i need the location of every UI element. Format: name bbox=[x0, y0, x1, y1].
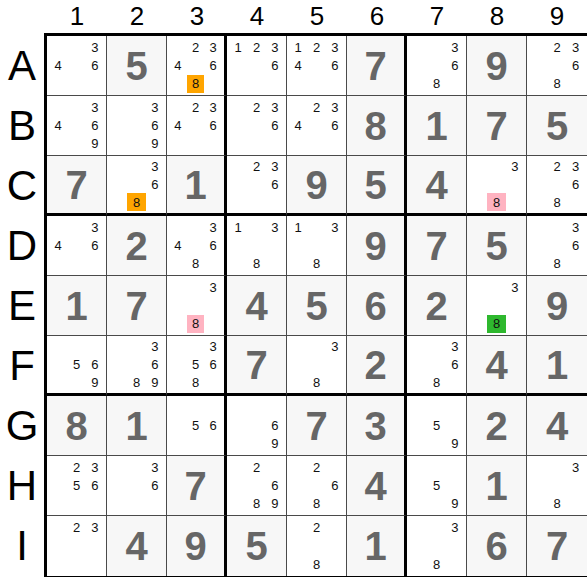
cell-G2[interactable]: 1 bbox=[107, 396, 167, 456]
candidate-empty bbox=[109, 98, 127, 116]
cell-H1[interactable]: 2356 bbox=[47, 456, 107, 516]
candidate-empty bbox=[427, 338, 445, 356]
col-label-3: 3 bbox=[167, 0, 227, 33]
candidate-3: 3 bbox=[86, 98, 104, 116]
candidate-1: 1 bbox=[289, 38, 307, 56]
cell-G8[interactable]: 2 bbox=[467, 396, 527, 456]
cell-I4[interactable]: 5 bbox=[227, 516, 287, 576]
solved-digit: 1 bbox=[425, 106, 447, 146]
candidate-empty bbox=[307, 476, 325, 494]
cell-H4[interactable]: 2689 bbox=[227, 456, 287, 516]
candidate-empty bbox=[409, 398, 427, 416]
candidate-empty bbox=[204, 296, 222, 314]
cell-E6[interactable]: 6 bbox=[347, 276, 407, 336]
candidate-empty bbox=[229, 458, 247, 476]
candidate-3: 3 bbox=[86, 218, 104, 236]
candidate-1: 1 bbox=[229, 218, 247, 236]
candidate-6: 6 bbox=[146, 356, 164, 374]
candidate-8: 8 bbox=[548, 75, 567, 93]
solved-digit: 9 bbox=[546, 286, 568, 326]
candidate-empty bbox=[326, 458, 344, 476]
candidate-grid: 23468 bbox=[167, 36, 224, 95]
candidate-3: 3 bbox=[566, 218, 585, 236]
row-label-A: A bbox=[0, 36, 44, 96]
candidate-empty bbox=[487, 278, 505, 296]
candidate-grid: 368 bbox=[407, 336, 466, 393]
candidate-empty bbox=[469, 176, 487, 194]
cell-B3[interactable]: 2346 bbox=[167, 96, 227, 156]
solved-digit: 1 bbox=[485, 466, 507, 506]
solved-digit: 1 bbox=[184, 165, 206, 205]
candidate-empty bbox=[169, 38, 187, 56]
candidate-4: 4 bbox=[49, 116, 67, 134]
cell-B2[interactable]: 369 bbox=[107, 96, 167, 156]
candidate-empty bbox=[229, 135, 247, 153]
cell-E8[interactable]: 38 bbox=[467, 276, 527, 336]
candidate-grid: 59 bbox=[407, 396, 466, 455]
cell-C1[interactable]: 7 bbox=[47, 156, 107, 216]
candidate-empty bbox=[409, 75, 427, 93]
candidate-empty bbox=[566, 193, 585, 211]
candidate-8: 8 bbox=[427, 555, 445, 574]
candidate-empty bbox=[307, 75, 325, 93]
candidate-empty bbox=[427, 537, 445, 556]
cell-A1[interactable]: 346 bbox=[47, 36, 107, 96]
candidate-empty bbox=[67, 135, 85, 153]
cell-F7[interactable]: 368 bbox=[407, 336, 467, 396]
cell-B6[interactable]: 8 bbox=[347, 96, 407, 156]
col-label-7: 7 bbox=[407, 0, 467, 33]
candidate-empty bbox=[529, 236, 548, 254]
candidate-empty bbox=[109, 476, 127, 494]
solved-digit: 9 bbox=[305, 165, 327, 205]
cell-E9[interactable]: 9 bbox=[527, 276, 587, 336]
cell-H7[interactable]: 59 bbox=[407, 456, 467, 516]
solved-digit: 6 bbox=[364, 286, 386, 326]
cell-H8[interactable]: 1 bbox=[467, 456, 527, 516]
candidate-grid: 38 bbox=[467, 276, 526, 335]
cell-B8[interactable]: 7 bbox=[467, 96, 527, 156]
cell-F6[interactable]: 2 bbox=[347, 336, 407, 396]
cell-G5[interactable]: 7 bbox=[287, 396, 347, 456]
candidate-empty bbox=[49, 338, 67, 356]
candidate-empty bbox=[548, 176, 567, 194]
col-label-9: 9 bbox=[527, 0, 587, 33]
candidate-grid: 2689 bbox=[227, 456, 286, 515]
candidate-grid: 36 bbox=[107, 456, 166, 515]
candidate-empty bbox=[529, 38, 548, 56]
candidate-empty bbox=[146, 495, 164, 513]
candidate-2: 2 bbox=[247, 458, 265, 476]
candidate-empty bbox=[229, 495, 247, 513]
candidate-5: 5 bbox=[187, 416, 205, 434]
candidate-empty bbox=[49, 218, 67, 236]
candidate-3: 3 bbox=[326, 98, 344, 116]
candidate-8: 8 bbox=[487, 315, 505, 333]
cell-C5[interactable]: 9 bbox=[287, 156, 347, 216]
candidate-empty bbox=[469, 193, 487, 211]
candidate-grid: 38 bbox=[467, 156, 526, 213]
candidate-8: 8 bbox=[187, 373, 205, 391]
candidate-empty bbox=[529, 218, 548, 236]
candidate-empty bbox=[289, 255, 307, 273]
candidate-empty bbox=[289, 373, 307, 391]
cell-D9[interactable]: 368 bbox=[527, 216, 587, 276]
solved-digit: 1 bbox=[125, 406, 147, 446]
candidate-empty bbox=[169, 435, 187, 453]
candidate-8: 8 bbox=[548, 255, 567, 273]
candidate-empty bbox=[229, 193, 247, 211]
col-label-2: 2 bbox=[107, 0, 167, 33]
row-label-H: H bbox=[0, 456, 44, 516]
candidate-empty bbox=[409, 458, 427, 476]
candidate-empty bbox=[109, 193, 127, 211]
candidate-6: 6 bbox=[204, 416, 222, 434]
cell-A2[interactable]: 5 bbox=[107, 36, 167, 96]
candidate-empty bbox=[49, 135, 67, 153]
candidate-9: 9 bbox=[86, 373, 104, 391]
candidate-3: 3 bbox=[204, 98, 222, 116]
solved-digit: 7 bbox=[364, 46, 386, 86]
candidate-empty bbox=[427, 356, 445, 374]
cell-D2[interactable]: 2 bbox=[107, 216, 167, 276]
candidate-grid: 3568 bbox=[167, 336, 224, 393]
cell-E5[interactable]: 5 bbox=[287, 276, 347, 336]
solved-digit: 5 bbox=[485, 226, 507, 266]
cell-I9[interactable]: 7 bbox=[527, 516, 587, 576]
cell-F9[interactable]: 1 bbox=[527, 336, 587, 396]
candidate-empty bbox=[307, 236, 325, 254]
candidate-8: 8 bbox=[487, 193, 505, 211]
candidate-empty bbox=[247, 56, 265, 74]
cell-I2[interactable]: 4 bbox=[107, 516, 167, 576]
candidate-grid: 38 bbox=[287, 336, 346, 393]
candidate-empty bbox=[67, 56, 85, 74]
candidate-3: 3 bbox=[146, 458, 164, 476]
col-label-4: 4 bbox=[227, 0, 287, 33]
candidate-8: 8 bbox=[247, 255, 265, 273]
solved-digit: 1 bbox=[364, 526, 386, 566]
cell-F4[interactable]: 7 bbox=[227, 336, 287, 396]
candidate-empty bbox=[67, 537, 85, 556]
candidate-8: 8 bbox=[127, 373, 145, 391]
candidate-empty bbox=[127, 495, 145, 513]
cell-I6[interactable]: 1 bbox=[347, 516, 407, 576]
candidate-empty bbox=[409, 338, 427, 356]
cell-D1[interactable]: 346 bbox=[47, 216, 107, 276]
candidate-2: 2 bbox=[307, 38, 325, 56]
candidate-empty bbox=[427, 518, 445, 537]
candidate-6: 6 bbox=[266, 416, 284, 434]
candidate-empty bbox=[548, 236, 567, 254]
candidate-empty bbox=[409, 555, 427, 574]
candidate-empty bbox=[169, 255, 187, 273]
candidate-empty bbox=[326, 555, 344, 574]
candidate-6: 6 bbox=[204, 56, 222, 74]
candidate-empty bbox=[49, 98, 67, 116]
sudoku-grid: 3465234681236123467368923683469369234623… bbox=[44, 33, 587, 577]
candidate-empty bbox=[86, 537, 104, 556]
row-label-G: G bbox=[0, 396, 44, 456]
cell-F3[interactable]: 3568 bbox=[167, 336, 227, 396]
candidate-empty bbox=[49, 495, 67, 513]
solved-digit: 4 bbox=[485, 345, 507, 385]
cell-D5[interactable]: 138 bbox=[287, 216, 347, 276]
candidate-empty bbox=[566, 476, 585, 494]
solved-digit: 8 bbox=[65, 406, 87, 446]
candidate-grid: 2356 bbox=[47, 456, 106, 515]
candidate-empty bbox=[289, 338, 307, 356]
cell-H2[interactable]: 36 bbox=[107, 456, 167, 516]
candidate-empty bbox=[204, 135, 222, 153]
cell-C8[interactable]: 38 bbox=[467, 156, 527, 216]
solved-digit: 4 bbox=[425, 165, 447, 205]
candidate-empty bbox=[326, 75, 344, 93]
candidate-empty bbox=[187, 398, 205, 416]
solved-digit: 7 bbox=[485, 106, 507, 146]
candidate-empty bbox=[409, 495, 427, 513]
candidate-1: 1 bbox=[229, 38, 247, 56]
cell-I3[interactable]: 9 bbox=[167, 516, 227, 576]
candidate-empty bbox=[187, 135, 205, 153]
cell-B9[interactable]: 5 bbox=[527, 96, 587, 156]
cell-G3[interactable]: 56 bbox=[167, 396, 227, 456]
cell-A6[interactable]: 7 bbox=[347, 36, 407, 96]
sudoku-board: 123456789 ABCDEFGHI 34652346812361234673… bbox=[0, 0, 587, 577]
cell-G6[interactable]: 3 bbox=[347, 396, 407, 456]
candidate-empty bbox=[86, 255, 104, 273]
candidate-3: 3 bbox=[266, 158, 284, 176]
candidate-empty bbox=[446, 555, 464, 574]
candidate-empty bbox=[529, 75, 548, 93]
candidate-8: 8 bbox=[307, 255, 325, 273]
solved-digit: 5 bbox=[245, 526, 267, 566]
candidate-6: 6 bbox=[86, 56, 104, 74]
candidate-empty bbox=[127, 176, 145, 194]
candidate-empty bbox=[446, 416, 464, 434]
candidate-empty bbox=[187, 296, 205, 314]
cell-F1[interactable]: 569 bbox=[47, 336, 107, 396]
cell-C6[interactable]: 5 bbox=[347, 156, 407, 216]
candidate-empty bbox=[67, 98, 85, 116]
candidate-empty bbox=[307, 537, 325, 556]
candidate-grid: 28 bbox=[287, 516, 346, 576]
candidate-3: 3 bbox=[146, 158, 164, 176]
cell-G1[interactable]: 8 bbox=[47, 396, 107, 456]
solved-digit: 2 bbox=[125, 226, 147, 266]
cell-B1[interactable]: 3469 bbox=[47, 96, 107, 156]
candidate-empty bbox=[109, 458, 127, 476]
candidate-empty bbox=[49, 373, 67, 391]
row-label-B: B bbox=[0, 96, 44, 156]
candidate-3: 3 bbox=[266, 38, 284, 56]
cell-A9[interactable]: 2368 bbox=[527, 36, 587, 96]
candidate-8: 8 bbox=[127, 193, 145, 211]
candidate-3: 3 bbox=[326, 38, 344, 56]
candidate-empty bbox=[307, 356, 325, 374]
cell-E4[interactable]: 4 bbox=[227, 276, 287, 336]
candidate-empty bbox=[326, 518, 344, 537]
cell-D7[interactable]: 7 bbox=[407, 216, 467, 276]
cell-B5[interactable]: 2346 bbox=[287, 96, 347, 156]
cell-I8[interactable]: 6 bbox=[467, 516, 527, 576]
column-labels: 123456789 bbox=[44, 0, 587, 33]
solved-digit: 7 bbox=[125, 286, 147, 326]
candidate-grid: 3468 bbox=[167, 216, 224, 275]
candidate-5: 5 bbox=[67, 476, 85, 494]
candidate-grid: 346 bbox=[47, 36, 106, 95]
cell-A4[interactable]: 1236 bbox=[227, 36, 287, 96]
candidate-3: 3 bbox=[326, 218, 344, 236]
candidate-6: 6 bbox=[86, 116, 104, 134]
candidate-empty bbox=[127, 356, 145, 374]
cell-A5[interactable]: 12346 bbox=[287, 36, 347, 96]
cell-D8[interactable]: 5 bbox=[467, 216, 527, 276]
candidate-6: 6 bbox=[266, 476, 284, 494]
candidate-grid: 2346 bbox=[167, 96, 224, 155]
cell-F5[interactable]: 38 bbox=[287, 336, 347, 396]
candidate-empty bbox=[529, 476, 548, 494]
candidate-empty bbox=[109, 338, 127, 356]
candidate-grid: 138 bbox=[287, 216, 346, 275]
candidate-empty bbox=[446, 398, 464, 416]
candidate-empty bbox=[187, 218, 205, 236]
candidate-empty bbox=[187, 278, 205, 296]
candidate-grid: 236 bbox=[227, 156, 286, 213]
cell-A3[interactable]: 23468 bbox=[167, 36, 227, 96]
candidate-6: 6 bbox=[146, 176, 164, 194]
candidate-8: 8 bbox=[427, 75, 445, 93]
candidate-empty bbox=[229, 398, 247, 416]
candidate-grid: 38 bbox=[527, 456, 587, 515]
cell-E1[interactable]: 1 bbox=[47, 276, 107, 336]
candidate-empty bbox=[49, 255, 67, 273]
candidate-grid: 368 bbox=[407, 36, 466, 95]
cell-C3[interactable]: 1 bbox=[167, 156, 227, 216]
candidate-empty bbox=[169, 373, 187, 391]
candidate-empty bbox=[247, 435, 265, 453]
candidate-3: 3 bbox=[506, 158, 524, 176]
candidate-empty bbox=[266, 236, 284, 254]
candidate-empty bbox=[289, 356, 307, 374]
candidate-empty bbox=[529, 158, 548, 176]
candidate-empty bbox=[307, 116, 325, 134]
cell-H3[interactable]: 7 bbox=[167, 456, 227, 516]
cell-C9[interactable]: 2368 bbox=[527, 156, 587, 216]
candidate-empty bbox=[266, 193, 284, 211]
candidate-empty bbox=[127, 116, 145, 134]
cell-B4[interactable]: 236 bbox=[227, 96, 287, 156]
candidate-empty bbox=[266, 458, 284, 476]
candidate-empty bbox=[169, 398, 187, 416]
candidate-8: 8 bbox=[307, 373, 325, 391]
row-labels: ABCDEFGHI bbox=[0, 33, 44, 577]
candidate-empty bbox=[446, 373, 464, 391]
candidate-empty bbox=[247, 75, 265, 93]
candidate-empty bbox=[566, 75, 585, 93]
cell-E2[interactable]: 7 bbox=[107, 276, 167, 336]
cell-I5[interactable]: 28 bbox=[287, 516, 347, 576]
cell-H5[interactable]: 268 bbox=[287, 456, 347, 516]
candidate-3: 3 bbox=[566, 458, 585, 476]
cell-G9[interactable]: 4 bbox=[527, 396, 587, 456]
cell-F2[interactable]: 3689 bbox=[107, 336, 167, 396]
candidate-empty bbox=[86, 75, 104, 93]
candidate-3: 3 bbox=[204, 38, 222, 56]
cell-H9[interactable]: 38 bbox=[527, 456, 587, 516]
cell-C4[interactable]: 236 bbox=[227, 156, 287, 216]
candidate-empty bbox=[409, 435, 427, 453]
candidate-empty bbox=[469, 158, 487, 176]
cell-C7[interactable]: 4 bbox=[407, 156, 467, 216]
candidate-9: 9 bbox=[146, 373, 164, 391]
candidate-empty bbox=[566, 495, 585, 513]
cell-B7[interactable]: 1 bbox=[407, 96, 467, 156]
cell-A8[interactable]: 9 bbox=[467, 36, 527, 96]
candidate-2: 2 bbox=[247, 98, 265, 116]
candidate-empty bbox=[548, 458, 567, 476]
cell-G4[interactable]: 69 bbox=[227, 396, 287, 456]
candidate-6: 6 bbox=[86, 356, 104, 374]
cell-I7[interactable]: 38 bbox=[407, 516, 467, 576]
candidate-5: 5 bbox=[67, 356, 85, 374]
cell-A7[interactable]: 368 bbox=[407, 36, 467, 96]
cell-I1[interactable]: 23 bbox=[47, 516, 107, 576]
candidate-empty bbox=[427, 495, 445, 513]
candidate-empty bbox=[409, 537, 427, 556]
cell-H6[interactable]: 4 bbox=[347, 456, 407, 516]
candidate-empty bbox=[67, 116, 85, 134]
candidate-empty bbox=[109, 158, 127, 176]
candidate-empty bbox=[469, 296, 487, 314]
solved-digit: 7 bbox=[245, 345, 267, 385]
cell-D4[interactable]: 138 bbox=[227, 216, 287, 276]
cell-E7[interactable]: 2 bbox=[407, 276, 467, 336]
cell-C2[interactable]: 368 bbox=[107, 156, 167, 216]
cell-G7[interactable]: 59 bbox=[407, 396, 467, 456]
candidate-4: 4 bbox=[289, 116, 307, 134]
candidate-4: 4 bbox=[169, 236, 187, 254]
cell-D6[interactable]: 9 bbox=[347, 216, 407, 276]
candidate-2: 2 bbox=[307, 458, 325, 476]
candidate-empty bbox=[229, 116, 247, 134]
candidate-6: 6 bbox=[326, 116, 344, 134]
candidate-empty bbox=[86, 338, 104, 356]
candidate-empty bbox=[229, 176, 247, 194]
candidate-empty bbox=[307, 135, 325, 153]
solved-digit: 9 bbox=[184, 526, 206, 566]
row-label-E: E bbox=[0, 276, 44, 336]
candidate-grid: 569 bbox=[47, 336, 106, 393]
candidate-empty bbox=[169, 75, 187, 93]
candidate-8: 8 bbox=[307, 495, 325, 513]
cell-E3[interactable]: 38 bbox=[167, 276, 227, 336]
candidate-8: 8 bbox=[548, 193, 567, 211]
candidate-empty bbox=[247, 236, 265, 254]
candidate-empty bbox=[49, 458, 67, 476]
candidate-empty bbox=[529, 193, 548, 211]
candidate-3: 3 bbox=[204, 278, 222, 296]
solved-digit: 6 bbox=[485, 526, 507, 566]
candidate-empty bbox=[487, 176, 505, 194]
cell-D3[interactable]: 3468 bbox=[167, 216, 227, 276]
cell-F8[interactable]: 4 bbox=[467, 336, 527, 396]
candidate-empty bbox=[109, 135, 127, 153]
solved-digit: 9 bbox=[364, 226, 386, 266]
candidate-empty bbox=[169, 416, 187, 434]
candidate-empty bbox=[326, 373, 344, 391]
col-label-6: 6 bbox=[347, 0, 407, 33]
